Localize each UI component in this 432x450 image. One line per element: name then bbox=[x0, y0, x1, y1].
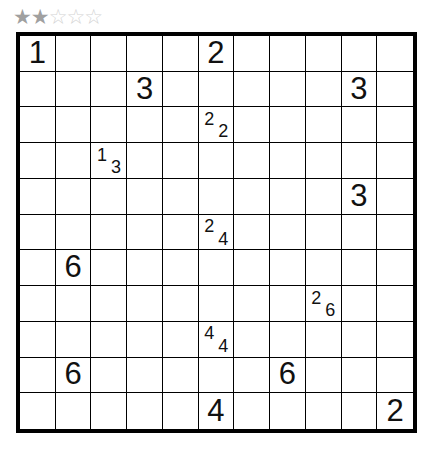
cell-r2c1[interactable] bbox=[56, 107, 92, 143]
cell-r7c10[interactable] bbox=[377, 286, 413, 322]
cell-r0c0: 1 bbox=[20, 36, 56, 72]
cell-r3c1[interactable] bbox=[56, 143, 92, 179]
cell-r5c3[interactable] bbox=[127, 215, 163, 251]
cell-r10c10: 2 bbox=[377, 393, 413, 429]
cell-r1c9: 3 bbox=[342, 72, 378, 108]
cell-r4c0[interactable] bbox=[20, 179, 56, 215]
cell-r6c4[interactable] bbox=[163, 250, 199, 286]
cell-r6c2[interactable] bbox=[91, 250, 127, 286]
cell-r8c3[interactable] bbox=[127, 322, 163, 358]
cell-r4c3[interactable] bbox=[127, 179, 163, 215]
cell-r3c10[interactable] bbox=[377, 143, 413, 179]
cell-r0c5: 2 bbox=[199, 36, 235, 72]
cell-r2c3[interactable] bbox=[127, 107, 163, 143]
cell-r3c4[interactable] bbox=[163, 143, 199, 179]
cell-r8c0[interactable] bbox=[20, 322, 56, 358]
cell-r6c3[interactable] bbox=[127, 250, 163, 286]
clue-text-second: 2 bbox=[218, 122, 228, 140]
star-empty-icon: ☆ bbox=[49, 6, 67, 27]
cell-r1c0[interactable] bbox=[20, 72, 56, 108]
cell-r2c5: 22 bbox=[199, 107, 235, 143]
clue-text: 6 bbox=[64, 358, 81, 389]
cell-r3c6[interactable] bbox=[234, 143, 270, 179]
cell-r7c0[interactable] bbox=[20, 286, 56, 322]
cell-r10c6[interactable] bbox=[234, 393, 270, 429]
cell-r1c5[interactable] bbox=[199, 72, 235, 108]
cell-r4c7[interactable] bbox=[270, 179, 306, 215]
cell-r4c6[interactable] bbox=[234, 179, 270, 215]
cell-r10c9[interactable] bbox=[342, 393, 378, 429]
clue-text-second: 4 bbox=[218, 230, 228, 248]
cell-r8c10[interactable] bbox=[377, 322, 413, 358]
cell-r8c8[interactable] bbox=[306, 322, 342, 358]
cell-r10c1[interactable] bbox=[56, 393, 92, 429]
clue-text-first: 2 bbox=[311, 289, 321, 307]
cell-r8c6[interactable] bbox=[234, 322, 270, 358]
cell-r0c1[interactable] bbox=[56, 36, 92, 72]
cell-r9c7: 6 bbox=[270, 358, 306, 394]
cell-r9c5[interactable] bbox=[199, 358, 235, 394]
cell-r1c10[interactable] bbox=[377, 72, 413, 108]
cell-r10c8[interactable] bbox=[306, 393, 342, 429]
cell-r2c8[interactable] bbox=[306, 107, 342, 143]
clue-text: 6 bbox=[279, 358, 296, 389]
cell-r6c0[interactable] bbox=[20, 250, 56, 286]
cell-r5c8[interactable] bbox=[306, 215, 342, 251]
cell-r10c5: 4 bbox=[199, 393, 235, 429]
clue-text-second: 3 bbox=[111, 158, 121, 176]
cell-r6c8[interactable] bbox=[306, 250, 342, 286]
cell-r6c5[interactable] bbox=[199, 250, 235, 286]
cell-r10c0[interactable] bbox=[20, 393, 56, 429]
cell-r0c2[interactable] bbox=[91, 36, 127, 72]
cell-r7c1[interactable] bbox=[56, 286, 92, 322]
cell-r8c5: 44 bbox=[199, 322, 235, 358]
cell-r2c9[interactable] bbox=[342, 107, 378, 143]
cell-r7c2[interactable] bbox=[91, 286, 127, 322]
cell-r0c10[interactable] bbox=[377, 36, 413, 72]
tapa-board: 12332213324626446642 bbox=[16, 32, 417, 433]
clue-text-first: 2 bbox=[204, 110, 214, 128]
cell-r3c7[interactable] bbox=[270, 143, 306, 179]
cell-r4c2[interactable] bbox=[91, 179, 127, 215]
cell-r5c6[interactable] bbox=[234, 215, 270, 251]
cell-r6c6[interactable] bbox=[234, 250, 270, 286]
cell-r9c10[interactable] bbox=[377, 358, 413, 394]
cell-r1c8[interactable] bbox=[306, 72, 342, 108]
clue-text: 6 bbox=[64, 251, 81, 282]
cell-r4c9: 3 bbox=[342, 179, 378, 215]
cell-r10c2[interactable] bbox=[91, 393, 127, 429]
cell-r0c7[interactable] bbox=[270, 36, 306, 72]
clue-text: 1 bbox=[29, 37, 46, 68]
cell-r3c9[interactable] bbox=[342, 143, 378, 179]
difficulty-rating: ★★☆☆☆ bbox=[13, 3, 102, 29]
cell-r3c0[interactable] bbox=[20, 143, 56, 179]
cell-r8c1[interactable] bbox=[56, 322, 92, 358]
cell-r1c2[interactable] bbox=[91, 72, 127, 108]
cell-r2c4[interactable] bbox=[163, 107, 199, 143]
cell-r4c10[interactable] bbox=[377, 179, 413, 215]
clue-text: 2 bbox=[387, 395, 404, 426]
clue-text-second: 6 bbox=[325, 301, 335, 319]
cell-r2c0[interactable] bbox=[20, 107, 56, 143]
cell-r9c4[interactable] bbox=[163, 358, 199, 394]
clue-text: 3 bbox=[350, 73, 367, 104]
cell-r1c7[interactable] bbox=[270, 72, 306, 108]
cell-r9c6[interactable] bbox=[234, 358, 270, 394]
star-empty-icon: ☆ bbox=[66, 6, 84, 27]
cell-r2c10[interactable] bbox=[377, 107, 413, 143]
cell-r3c3[interactable] bbox=[127, 143, 163, 179]
cell-r8c7[interactable] bbox=[270, 322, 306, 358]
cell-r10c4[interactable] bbox=[163, 393, 199, 429]
cell-r5c2[interactable] bbox=[91, 215, 127, 251]
star-filled-icon: ★ bbox=[31, 6, 49, 27]
cell-r5c0[interactable] bbox=[20, 215, 56, 251]
cell-r3c8[interactable] bbox=[306, 143, 342, 179]
cell-r4c5[interactable] bbox=[199, 179, 235, 215]
cell-r2c6[interactable] bbox=[234, 107, 270, 143]
cell-r5c1[interactable] bbox=[56, 215, 92, 251]
cell-r1c1[interactable] bbox=[56, 72, 92, 108]
cell-r3c2: 13 bbox=[91, 143, 127, 179]
cell-r5c10[interactable] bbox=[377, 215, 413, 251]
clue-text: 2 bbox=[207, 37, 224, 68]
cell-r1c6[interactable] bbox=[234, 72, 270, 108]
cell-r10c3[interactable] bbox=[127, 393, 163, 429]
cell-r7c8: 26 bbox=[306, 286, 342, 322]
cell-r0c6[interactable] bbox=[234, 36, 270, 72]
clue-text-first: 1 bbox=[97, 146, 107, 164]
cell-r6c10[interactable] bbox=[377, 250, 413, 286]
cell-r1c4[interactable] bbox=[163, 72, 199, 108]
cell-r8c4[interactable] bbox=[163, 322, 199, 358]
cell-r9c2[interactable] bbox=[91, 358, 127, 394]
cell-r7c5[interactable] bbox=[199, 286, 235, 322]
cell-r6c9[interactable] bbox=[342, 250, 378, 286]
clue-text: 3 bbox=[350, 180, 367, 211]
cell-r7c4[interactable] bbox=[163, 286, 199, 322]
cell-r5c5: 24 bbox=[199, 215, 235, 251]
cell-r5c7[interactable] bbox=[270, 215, 306, 251]
cell-r6c7[interactable] bbox=[270, 250, 306, 286]
cell-r7c9[interactable] bbox=[342, 286, 378, 322]
clue-text-second: 4 bbox=[218, 337, 228, 355]
cell-r9c0[interactable] bbox=[20, 358, 56, 394]
cell-r0c3[interactable] bbox=[127, 36, 163, 72]
clue-text-first: 4 bbox=[204, 324, 214, 342]
cell-r0c8[interactable] bbox=[306, 36, 342, 72]
cell-r9c1: 6 bbox=[56, 358, 92, 394]
cell-r7c7[interactable] bbox=[270, 286, 306, 322]
cell-r1c3: 3 bbox=[127, 72, 163, 108]
cell-r4c1[interactable] bbox=[56, 179, 92, 215]
cell-r2c2[interactable] bbox=[91, 107, 127, 143]
cell-r8c2[interactable] bbox=[91, 322, 127, 358]
cell-r0c9[interactable] bbox=[342, 36, 378, 72]
clue-text-first: 2 bbox=[204, 217, 214, 235]
puzzle-page: ★★☆☆☆ 12332213324626446642 bbox=[0, 0, 432, 450]
cell-r0c4[interactable] bbox=[163, 36, 199, 72]
clue-text: 4 bbox=[207, 395, 224, 426]
cell-r2c7[interactable] bbox=[270, 107, 306, 143]
cell-r4c4[interactable] bbox=[163, 179, 199, 215]
cell-r4c8[interactable] bbox=[306, 179, 342, 215]
cell-r7c6[interactable] bbox=[234, 286, 270, 322]
cell-r10c7[interactable] bbox=[270, 393, 306, 429]
clue-text: 3 bbox=[136, 73, 153, 104]
cell-r7c3[interactable] bbox=[127, 286, 163, 322]
cell-r3c5[interactable] bbox=[199, 143, 235, 179]
cell-r8c9[interactable] bbox=[342, 322, 378, 358]
cell-r5c4[interactable] bbox=[163, 215, 199, 251]
cell-r9c9[interactable] bbox=[342, 358, 378, 394]
cell-r9c3[interactable] bbox=[127, 358, 163, 394]
star-empty-icon: ☆ bbox=[84, 6, 102, 27]
cell-r6c1: 6 bbox=[56, 250, 92, 286]
star-filled-icon: ★ bbox=[13, 6, 31, 27]
cell-r9c8[interactable] bbox=[306, 358, 342, 394]
cell-r5c9[interactable] bbox=[342, 215, 378, 251]
